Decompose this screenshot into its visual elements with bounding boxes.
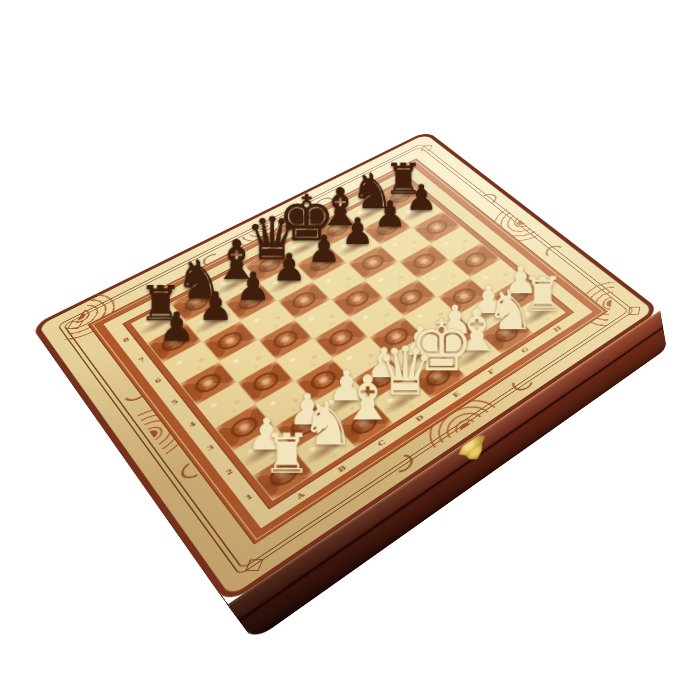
wooden-chess-box: ABCDEFGH12345678 ♜♞♝♛♚♝♞♜♟♟♟♟♟♟♟♟♟♟♟♟♟♟♟… xyxy=(31,131,660,605)
rank-label-5: 5 xyxy=(170,398,180,406)
piece-white-rook[interactable]: ♜ xyxy=(252,419,321,481)
rank-label-4: 4 xyxy=(187,420,197,429)
rank-label-7: 7 xyxy=(137,356,146,364)
rank-label-3: 3 xyxy=(205,443,215,452)
file-label-f: F xyxy=(486,368,496,376)
rank-label-1: 1 xyxy=(243,492,254,502)
file-label-e: E xyxy=(451,390,462,399)
file-label-c: C xyxy=(376,438,387,448)
file-label-d: D xyxy=(414,413,426,422)
rank-label-8: 8 xyxy=(121,336,130,344)
corner-diamond-ornament xyxy=(628,307,640,315)
file-label-a: A xyxy=(295,490,306,500)
corner-diamond-ornament xyxy=(245,559,264,572)
scroll-curl-ornament xyxy=(386,451,417,476)
piece-black-pawn[interactable]: ♟ xyxy=(146,301,208,347)
scroll-curl-ornament xyxy=(478,194,499,205)
rank-label-2: 2 xyxy=(224,467,234,476)
corner-diamond-ornament xyxy=(421,145,433,151)
file-label-g: G xyxy=(519,346,530,354)
file-label-h: H xyxy=(551,324,562,332)
rank-label-6: 6 xyxy=(153,376,163,384)
chess-set-photo: ABCDEFGH12345678 ♜♞♝♛♚♝♞♜♟♟♟♟♟♟♟♟♟♟♟♟♟♟♟… xyxy=(0,0,700,700)
file-label-b: B xyxy=(336,463,348,473)
scene-perspective: ABCDEFGH12345678 ♜♞♝♛♚♝♞♜♟♟♟♟♟♟♟♟♟♟♟♟♟♟♟… xyxy=(128,98,568,538)
scroll-curl-ornament xyxy=(508,372,537,394)
